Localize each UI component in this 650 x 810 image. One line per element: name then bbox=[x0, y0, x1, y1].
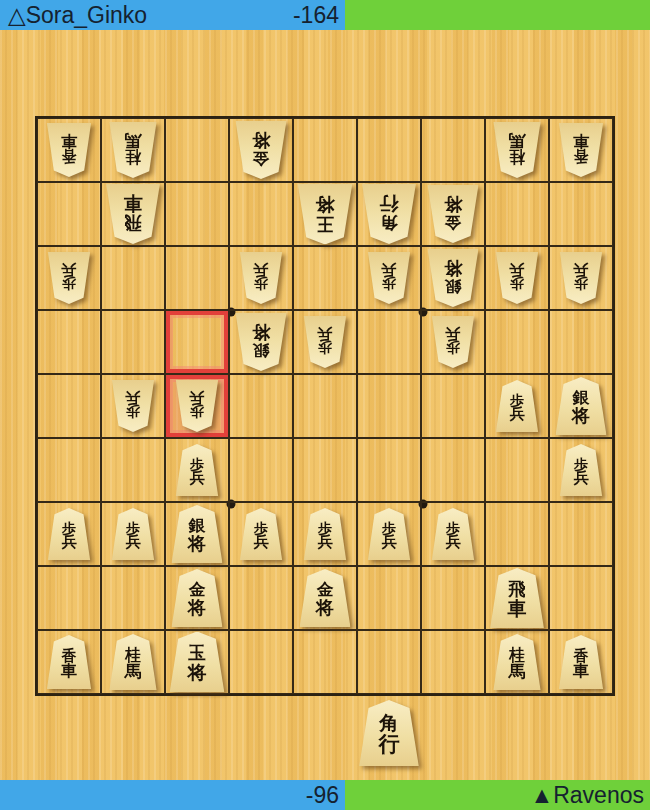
koma-kanji: 銀 bbox=[445, 277, 462, 294]
square-7g[interactable]: 銀将 bbox=[165, 502, 229, 566]
piece-gote-pawn[interactable]: 歩兵 bbox=[559, 252, 603, 304]
square-4c[interactable]: 歩兵 bbox=[357, 246, 421, 310]
koma-kanji: 歩 bbox=[190, 405, 204, 419]
koma-face: 歩兵 bbox=[47, 252, 91, 304]
koma-kanji: 兵 bbox=[318, 535, 333, 550]
koma-face: 香車 bbox=[558, 635, 604, 689]
koma-kanji: 歩 bbox=[574, 277, 588, 291]
koma-face: 金将 bbox=[427, 185, 480, 243]
koma-kanji: 将 bbox=[444, 259, 462, 277]
koma-kanji: 兵 bbox=[510, 407, 525, 422]
square-8b[interactable]: 飛車 bbox=[101, 182, 165, 246]
square-6c[interactable]: 歩兵 bbox=[229, 246, 293, 310]
koma-kanji: 行 bbox=[380, 194, 399, 213]
square-4a[interactable] bbox=[357, 118, 421, 182]
square-2b[interactable] bbox=[485, 182, 549, 246]
square-2a[interactable]: 桂馬 bbox=[485, 118, 549, 182]
square-8e[interactable]: 歩兵 bbox=[101, 374, 165, 438]
square-2i[interactable]: 桂馬 bbox=[485, 630, 549, 694]
koma-face: 歩兵 bbox=[175, 444, 219, 496]
gote-bar-spacer bbox=[345, 0, 650, 30]
koma-face: 玉将 bbox=[169, 632, 226, 693]
square-1e[interactable]: 銀将 bbox=[549, 374, 613, 438]
sente-player-bar: -96 ▲Ravenos bbox=[0, 780, 650, 810]
koma-face: 香車 bbox=[46, 123, 92, 177]
piece-sente-pawn[interactable]: 歩兵 bbox=[495, 380, 539, 432]
koma-face: 歩兵 bbox=[303, 508, 347, 560]
piece-gote-pawn[interactable]: 歩兵 bbox=[47, 252, 91, 304]
koma-kanji: 兵 bbox=[446, 535, 461, 550]
square-8f[interactable] bbox=[101, 438, 165, 502]
koma-kanji: 兵 bbox=[62, 535, 77, 550]
koma-kanji: 桂 bbox=[125, 149, 141, 165]
koma-kanji: 馬 bbox=[509, 663, 526, 680]
gote-player-bar: △Sora_Ginko -164 bbox=[0, 0, 650, 30]
piece-sente-pawn[interactable]: 歩兵 bbox=[175, 444, 219, 496]
koma-kanji: 歩 bbox=[318, 341, 332, 355]
koma-kanji: 香 bbox=[574, 149, 589, 164]
square-7e[interactable]: 歩兵 bbox=[165, 374, 229, 438]
square-7d[interactable] bbox=[165, 310, 229, 374]
square-6i[interactable] bbox=[229, 630, 293, 694]
square-9d[interactable] bbox=[37, 310, 101, 374]
square-1h[interactable] bbox=[549, 566, 613, 630]
koma-kanji: 馬 bbox=[509, 132, 526, 149]
koma-kanji: 歩 bbox=[510, 277, 524, 291]
piece-sente-gold[interactable]: 金将 bbox=[171, 569, 224, 627]
koma-kanji: 歩 bbox=[382, 277, 396, 291]
square-3h[interactable] bbox=[421, 566, 485, 630]
piece-gote-pawn[interactable]: 歩兵 bbox=[303, 316, 347, 368]
square-2g[interactable] bbox=[485, 502, 549, 566]
square-9e[interactable] bbox=[37, 374, 101, 438]
square-6d[interactable]: 銀将 bbox=[229, 310, 293, 374]
square-4i[interactable] bbox=[357, 630, 421, 694]
koma-kanji: 兵 bbox=[126, 535, 141, 550]
square-7a[interactable] bbox=[165, 118, 229, 182]
koma-kanji: 車 bbox=[61, 133, 77, 149]
square-5f[interactable] bbox=[293, 438, 357, 502]
koma-kanji: 将 bbox=[252, 323, 270, 341]
koma-face: 桂馬 bbox=[493, 634, 542, 690]
koma-kanji: 車 bbox=[573, 133, 589, 149]
square-3b[interactable]: 金将 bbox=[421, 182, 485, 246]
square-8h[interactable] bbox=[101, 566, 165, 630]
koma-kanji: 将 bbox=[252, 131, 270, 149]
square-6b[interactable] bbox=[229, 182, 293, 246]
square-4f[interactable] bbox=[357, 438, 421, 502]
koma-face: 桂馬 bbox=[109, 634, 158, 690]
koma-kanji: 将 bbox=[188, 663, 207, 682]
sente-bar-panel: ▲Ravenos bbox=[345, 780, 650, 810]
piece-sente-pawn[interactable]: 歩兵 bbox=[303, 508, 347, 560]
koma-face: 香車 bbox=[558, 123, 604, 177]
square-9g[interactable]: 歩兵 bbox=[37, 502, 101, 566]
koma-face: 金将 bbox=[299, 569, 352, 627]
koma-kanji: 金 bbox=[253, 149, 270, 166]
piece-sente-lance[interactable]: 香車 bbox=[46, 635, 92, 689]
koma-kanji: 歩 bbox=[62, 277, 76, 291]
square-7h[interactable]: 金将 bbox=[165, 566, 229, 630]
square-6g[interactable]: 歩兵 bbox=[229, 502, 293, 566]
piece-gote-knight[interactable]: 桂馬 bbox=[109, 122, 158, 178]
koma-face: 歩兵 bbox=[111, 380, 155, 432]
koma-face: 歩兵 bbox=[367, 252, 411, 304]
shogi-board: 香車桂馬金将桂馬香車飛車王将角行金将歩兵歩兵歩兵銀将歩兵歩兵銀将歩兵歩兵歩兵歩兵… bbox=[35, 116, 615, 696]
piece-gote-bishop[interactable]: 角行 bbox=[361, 184, 417, 244]
koma-face: 歩兵 bbox=[431, 316, 475, 368]
piece-sente-gold[interactable]: 金将 bbox=[299, 569, 352, 627]
koma-kanji: 兵 bbox=[446, 326, 461, 341]
koma-face: 銀将 bbox=[235, 313, 288, 371]
koma-kanji: 車 bbox=[124, 194, 143, 213]
square-4b[interactable]: 角行 bbox=[357, 182, 421, 246]
square-1a[interactable]: 香車 bbox=[549, 118, 613, 182]
koma-kanji: 兵 bbox=[126, 390, 141, 405]
koma-face: 歩兵 bbox=[495, 380, 539, 432]
square-5i[interactable] bbox=[293, 630, 357, 694]
square-5g[interactable]: 歩兵 bbox=[293, 502, 357, 566]
square-4g[interactable]: 歩兵 bbox=[357, 502, 421, 566]
koma-face: 角行 bbox=[358, 700, 420, 766]
koma-face: 銀将 bbox=[555, 377, 608, 435]
square-6e[interactable] bbox=[229, 374, 293, 438]
piece-gote-pawn[interactable]: 歩兵 bbox=[367, 252, 411, 304]
koma-face: 金将 bbox=[171, 569, 224, 627]
square-6f[interactable] bbox=[229, 438, 293, 502]
gote-info-panel: △Sora_Ginko -164 bbox=[0, 0, 345, 30]
square-9h[interactable] bbox=[37, 566, 101, 630]
koma-face: 香車 bbox=[46, 635, 92, 689]
koma-kanji: 角 bbox=[380, 213, 397, 231]
gote-hand bbox=[35, 34, 615, 114]
koma-face: 飛車 bbox=[489, 568, 545, 628]
koma-kanji: 兵 bbox=[254, 535, 269, 550]
piece-gote-pawn[interactable]: 歩兵 bbox=[111, 380, 155, 432]
koma-face: 銀将 bbox=[427, 249, 480, 307]
square-1c[interactable]: 歩兵 bbox=[549, 246, 613, 310]
koma-face: 銀将 bbox=[171, 505, 224, 563]
koma-kanji: 馬 bbox=[125, 132, 142, 149]
square-5h[interactable]: 金将 bbox=[293, 566, 357, 630]
koma-kanji: 将 bbox=[572, 407, 590, 425]
koma-kanji: 兵 bbox=[190, 471, 205, 486]
koma-kanji: 兵 bbox=[574, 262, 589, 277]
koma-face: 歩兵 bbox=[47, 508, 91, 560]
square-5b[interactable]: 王将 bbox=[293, 182, 357, 246]
square-4h[interactable] bbox=[357, 566, 421, 630]
koma-kanji: 兵 bbox=[382, 262, 397, 277]
square-3g[interactable]: 歩兵 bbox=[421, 502, 485, 566]
square-7i[interactable]: 玉将 bbox=[165, 630, 229, 694]
koma-face: 角行 bbox=[361, 184, 417, 244]
koma-kanji: 兵 bbox=[510, 262, 525, 277]
piece-sente-lance[interactable]: 香車 bbox=[558, 635, 604, 689]
koma-kanji: 飛 bbox=[124, 213, 141, 231]
square-4e[interactable] bbox=[357, 374, 421, 438]
gote-player-name: △Sora_Ginko bbox=[8, 2, 147, 29]
piece-gote-gold[interactable]: 金将 bbox=[235, 121, 288, 179]
square-3f[interactable] bbox=[421, 438, 485, 502]
koma-face: 金将 bbox=[235, 121, 288, 179]
gote-score: -164 bbox=[293, 2, 339, 29]
square-3d[interactable]: 歩兵 bbox=[421, 310, 485, 374]
piece-gote-knight[interactable]: 桂馬 bbox=[493, 122, 542, 178]
piece-sente-silver[interactable]: 銀将 bbox=[555, 377, 608, 435]
sente-score: -96 bbox=[306, 782, 339, 809]
piece-sente-rook[interactable]: 飛車 bbox=[489, 568, 545, 628]
square-9a[interactable]: 香車 bbox=[37, 118, 101, 182]
square-1b[interactable] bbox=[549, 182, 613, 246]
square-3e[interactable] bbox=[421, 374, 485, 438]
square-9f[interactable] bbox=[37, 438, 101, 502]
piece-gote-pawn[interactable]: 歩兵 bbox=[495, 252, 539, 304]
piece-sente-pawn[interactable]: 歩兵 bbox=[559, 444, 603, 496]
piece-sente-pawn[interactable]: 歩兵 bbox=[367, 508, 411, 560]
koma-face: 桂馬 bbox=[109, 122, 158, 178]
koma-face: 歩兵 bbox=[431, 508, 475, 560]
piece-gote-lance[interactable]: 香車 bbox=[558, 123, 604, 177]
square-5a[interactable] bbox=[293, 118, 357, 182]
piece-sente-pawn[interactable]: 歩兵 bbox=[47, 508, 91, 560]
koma-kanji: 兵 bbox=[318, 326, 333, 341]
square-1g[interactable] bbox=[549, 502, 613, 566]
piece-sente-pawn[interactable]: 歩兵 bbox=[239, 508, 283, 560]
piece-gote-gold[interactable]: 金将 bbox=[427, 185, 480, 243]
koma-face: 歩兵 bbox=[559, 252, 603, 304]
square-9c[interactable]: 歩兵 bbox=[37, 246, 101, 310]
koma-face: 歩兵 bbox=[367, 508, 411, 560]
piece-gote-silver[interactable]: 銀将 bbox=[235, 313, 288, 371]
square-7f[interactable]: 歩兵 bbox=[165, 438, 229, 502]
koma-kanji: 兵 bbox=[62, 262, 77, 277]
piece-gote-lance[interactable]: 香車 bbox=[46, 123, 92, 177]
square-2h[interactable]: 飛車 bbox=[485, 566, 549, 630]
koma-face: 桂馬 bbox=[493, 122, 542, 178]
koma-face: 王将 bbox=[297, 184, 354, 245]
koma-kanji: 車 bbox=[573, 663, 589, 679]
koma-kanji: 将 bbox=[316, 599, 334, 617]
koma-face: 歩兵 bbox=[239, 508, 283, 560]
square-8i[interactable]: 桂馬 bbox=[101, 630, 165, 694]
piece-sente-silver[interactable]: 銀将 bbox=[171, 505, 224, 563]
square-2e[interactable]: 歩兵 bbox=[485, 374, 549, 438]
piece-sente-knight[interactable]: 桂馬 bbox=[109, 634, 158, 690]
square-1f[interactable]: 歩兵 bbox=[549, 438, 613, 502]
piece-gote-silver[interactable]: 銀将 bbox=[427, 249, 480, 307]
piece-gote-pawn[interactable]: 歩兵 bbox=[239, 252, 283, 304]
square-1d[interactable] bbox=[549, 310, 613, 374]
koma-face: 歩兵 bbox=[175, 380, 219, 432]
square-6h[interactable] bbox=[229, 566, 293, 630]
koma-face: 歩兵 bbox=[495, 252, 539, 304]
square-9b[interactable] bbox=[37, 182, 101, 246]
piece-sente-bishop[interactable]: 角行 bbox=[358, 700, 420, 766]
koma-kanji: 金 bbox=[445, 213, 462, 230]
koma-face: 歩兵 bbox=[303, 316, 347, 368]
koma-kanji: 角 bbox=[379, 714, 398, 734]
square-3i[interactable] bbox=[421, 630, 485, 694]
square-2f[interactable] bbox=[485, 438, 549, 502]
piece-sente-pawn[interactable]: 歩兵 bbox=[111, 508, 155, 560]
koma-kanji: 兵 bbox=[574, 471, 589, 486]
koma-kanji: 将 bbox=[444, 195, 462, 213]
square-8d[interactable] bbox=[101, 310, 165, 374]
koma-kanji: 歩 bbox=[446, 341, 460, 355]
koma-kanji: 兵 bbox=[190, 390, 205, 405]
sente-hand: 角行 bbox=[0, 696, 650, 778]
square-8c[interactable] bbox=[101, 246, 165, 310]
koma-kanji: 将 bbox=[316, 194, 335, 213]
koma-kanji: 行 bbox=[379, 734, 400, 755]
piece-gote-pawn[interactable]: 歩兵 bbox=[431, 316, 475, 368]
koma-kanji: 歩 bbox=[126, 405, 140, 419]
koma-kanji: 馬 bbox=[125, 663, 142, 680]
square-5d[interactable]: 歩兵 bbox=[293, 310, 357, 374]
sente-info-panel: -96 bbox=[0, 780, 345, 810]
square-9i[interactable]: 香車 bbox=[37, 630, 101, 694]
piece-sente-knight[interactable]: 桂馬 bbox=[493, 634, 542, 690]
square-3c[interactable]: 銀将 bbox=[421, 246, 485, 310]
koma-kanji: 歩 bbox=[254, 277, 268, 291]
sente-player-name: ▲Ravenos bbox=[530, 782, 644, 809]
square-8a[interactable]: 桂馬 bbox=[101, 118, 165, 182]
piece-sente-pawn[interactable]: 歩兵 bbox=[431, 508, 475, 560]
koma-face: 歩兵 bbox=[239, 252, 283, 304]
square-5c[interactable] bbox=[293, 246, 357, 310]
koma-face: 飛車 bbox=[105, 184, 161, 244]
piece-gote-rook[interactable]: 飛車 bbox=[105, 184, 161, 244]
square-4d[interactable] bbox=[357, 310, 421, 374]
koma-kanji: 兵 bbox=[382, 535, 397, 550]
koma-kanji: 車 bbox=[61, 663, 77, 679]
square-7c[interactable] bbox=[165, 246, 229, 310]
square-1i[interactable]: 香車 bbox=[549, 630, 613, 694]
koma-kanji: 将 bbox=[188, 535, 206, 553]
koma-face: 歩兵 bbox=[559, 444, 603, 496]
square-8g[interactable]: 歩兵 bbox=[101, 502, 165, 566]
square-5e[interactable] bbox=[293, 374, 357, 438]
piece-gote-king[interactable]: 王将 bbox=[297, 184, 354, 245]
koma-kanji: 香 bbox=[62, 149, 77, 164]
koma-kanji: 将 bbox=[188, 599, 206, 617]
square-6a[interactable]: 金将 bbox=[229, 118, 293, 182]
koma-kanji: 車 bbox=[508, 599, 527, 618]
piece-sente-king[interactable]: 玉将 bbox=[169, 632, 226, 693]
koma-face: 歩兵 bbox=[111, 508, 155, 560]
piece-gote-pawn[interactable]: 歩兵 bbox=[175, 380, 219, 432]
koma-kanji: 銀 bbox=[253, 341, 270, 358]
koma-kanji: 王 bbox=[316, 213, 333, 231]
koma-kanji: 兵 bbox=[254, 262, 269, 277]
square-7b[interactable] bbox=[165, 182, 229, 246]
square-2d[interactable] bbox=[485, 310, 549, 374]
square-3a[interactable] bbox=[421, 118, 485, 182]
koma-kanji: 桂 bbox=[509, 149, 525, 165]
square-2c[interactable]: 歩兵 bbox=[485, 246, 549, 310]
